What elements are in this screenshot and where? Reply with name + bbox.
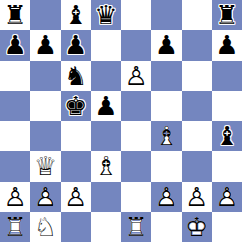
black-knight-icon[interactable]: ♞ [61,61,91,91]
square-g4[interactable] [182,121,212,151]
black-pawn-icon[interactable]: ♟ [212,30,242,60]
square-h8[interactable]: ♜ [212,0,242,30]
square-d8[interactable]: ♛ [91,0,121,30]
square-h3[interactable] [212,151,242,181]
piece-fill-layer: ♟ [30,30,60,60]
square-a8[interactable]: ♜ [0,0,30,30]
white-pawn-icon[interactable]: ♟♙ [212,182,242,212]
piece-fill-layer: ♚ [182,212,212,242]
piece-fill-layer: ♟ [91,91,121,121]
piece-fill-layer: ♞ [30,212,60,242]
piece-fill-layer: ♝ [212,121,242,151]
white-pawn-icon[interactable]: ♟♙ [182,182,212,212]
piece-fill-layer: ♟ [151,30,181,60]
piece-fill-layer: ♛ [91,0,121,30]
black-king-icon[interactable]: ♚ [61,91,91,121]
piece-fill-layer: ♚ [61,91,91,121]
square-h6[interactable] [212,61,242,91]
black-rook-icon[interactable]: ♜ [212,0,242,30]
square-e4[interactable] [121,121,151,151]
square-g8[interactable] [182,0,212,30]
piece-outline-layer: ♙ [0,182,30,212]
piece-fill-layer: ♜ [212,0,242,30]
piece-outline-layer: ♙ [121,61,151,91]
black-bishop-icon[interactable]: ♝ [61,0,91,30]
piece-fill-layer: ♟ [0,182,30,212]
square-d6[interactable] [91,61,121,91]
square-b5[interactable] [30,91,60,121]
square-c8[interactable]: ♝ [61,0,91,30]
white-pawn-icon[interactable]: ♟♙ [121,61,151,91]
square-c4[interactable] [61,121,91,151]
square-d5[interactable]: ♟ [91,91,121,121]
square-g7[interactable] [182,30,212,60]
square-a6[interactable] [0,61,30,91]
square-g5[interactable] [182,91,212,121]
piece-fill-layer: ♟ [151,182,181,212]
square-a1[interactable]: ♜♖ [0,212,30,242]
piece-fill-layer: ♟ [61,182,91,212]
piece-fill-layer: ♛ [30,151,60,181]
square-b6[interactable] [30,61,60,91]
piece-fill-layer: ♜ [0,0,30,30]
square-h7[interactable]: ♟ [212,30,242,60]
square-b1[interactable]: ♞♘ [30,212,60,242]
square-h5[interactable] [212,91,242,121]
square-c3[interactable] [61,151,91,181]
piece-fill-layer: ♝ [151,121,181,151]
square-c6[interactable]: ♞ [61,61,91,91]
square-d4[interactable] [91,121,121,151]
piece-outline-layer: ♖ [0,212,30,242]
piece-outline-layer: ♖ [121,212,151,242]
piece-fill-layer: ♟ [30,182,60,212]
square-f1[interactable] [151,212,181,242]
piece-fill-layer: ♟ [121,61,151,91]
white-pawn-icon[interactable]: ♟♙ [61,182,91,212]
piece-fill-layer: ♟ [212,182,242,212]
piece-fill-layer: ♟ [212,30,242,60]
chess-board: ♜♝♛♜♟♟♟♟♟♞♟♙♚♟♝♗♝♛♕♝♗♟♙♟♙♟♙♟♙♟♙♟♙♜♖♞♘♜♖♚… [0,0,242,242]
square-b3[interactable]: ♛♕ [30,151,60,181]
piece-fill-layer: ♝ [91,151,121,181]
piece-fill-layer: ♜ [121,212,151,242]
piece-fill-layer: ♟ [61,30,91,60]
square-f8[interactable] [151,0,181,30]
piece-fill-layer: ♟ [182,182,212,212]
piece-outline-layer: ♙ [182,182,212,212]
black-pawn-icon[interactable]: ♟ [0,30,30,60]
black-pawn-icon[interactable]: ♟ [91,91,121,121]
square-g6[interactable] [182,61,212,91]
white-knight-icon[interactable]: ♞♘ [30,212,60,242]
piece-outline-layer: ♔ [182,212,212,242]
black-bishop-icon[interactable]: ♝ [212,121,242,151]
square-h4[interactable]: ♝ [212,121,242,151]
piece-fill-layer: ♟ [0,30,30,60]
square-d7[interactable] [91,30,121,60]
white-rook-icon[interactable]: ♜♖ [121,212,151,242]
square-e6[interactable]: ♟♙ [121,61,151,91]
square-f3[interactable] [151,151,181,181]
square-f7[interactable]: ♟ [151,30,181,60]
square-e7[interactable] [121,30,151,60]
square-e2[interactable] [121,182,151,212]
square-f4[interactable]: ♝♗ [151,121,181,151]
white-bishop-icon[interactable]: ♝♗ [151,121,181,151]
square-c2[interactable]: ♟♙ [61,182,91,212]
square-d2[interactable] [91,182,121,212]
square-a2[interactable]: ♟♙ [0,182,30,212]
square-g1[interactable]: ♚♔ [182,212,212,242]
black-pawn-icon[interactable]: ♟ [30,30,60,60]
piece-outline-layer: ♙ [61,182,91,212]
piece-outline-layer: ♙ [212,182,242,212]
white-pawn-icon[interactable]: ♟♙ [151,182,181,212]
square-h1[interactable] [212,212,242,242]
square-b2[interactable]: ♟♙ [30,182,60,212]
piece-fill-layer: ♜ [0,212,30,242]
white-king-icon[interactable]: ♚♔ [182,212,212,242]
white-rook-icon[interactable]: ♜♖ [0,212,30,242]
piece-fill-layer: ♞ [61,61,91,91]
square-f2[interactable]: ♟♙ [151,182,181,212]
black-pawn-icon[interactable]: ♟ [151,30,181,60]
square-f6[interactable] [151,61,181,91]
square-c1[interactable] [61,212,91,242]
square-d3[interactable]: ♝♗ [91,151,121,181]
piece-outline-layer: ♘ [30,212,60,242]
square-a7[interactable]: ♟ [0,30,30,60]
square-a3[interactable] [0,151,30,181]
square-b4[interactable] [30,121,60,151]
square-b7[interactable]: ♟ [30,30,60,60]
square-e3[interactable] [121,151,151,181]
piece-outline-layer: ♗ [151,121,181,151]
square-d1[interactable] [91,212,121,242]
white-bishop-icon[interactable]: ♝♗ [91,151,121,181]
piece-outline-layer: ♙ [151,182,181,212]
piece-outline-layer: ♙ [30,182,60,212]
square-g2[interactable]: ♟♙ [182,182,212,212]
white-queen-icon[interactable]: ♛♕ [30,151,60,181]
square-a4[interactable] [0,121,30,151]
square-c7[interactable]: ♟ [61,30,91,60]
square-a5[interactable] [0,91,30,121]
square-e8[interactable] [121,0,151,30]
square-b8[interactable] [30,0,60,30]
square-f5[interactable] [151,91,181,121]
piece-outline-layer: ♗ [91,151,121,181]
piece-fill-layer: ♝ [61,0,91,30]
white-pawn-icon[interactable]: ♟♙ [30,182,60,212]
square-e5[interactable] [121,91,151,121]
black-rook-icon[interactable]: ♜ [0,0,30,30]
square-e1[interactable]: ♜♖ [121,212,151,242]
white-pawn-icon[interactable]: ♟♙ [0,182,30,212]
square-h2[interactable]: ♟♙ [212,182,242,212]
piece-outline-layer: ♕ [30,151,60,181]
black-queen-icon[interactable]: ♛ [91,0,121,30]
square-g3[interactable] [182,151,212,181]
square-c5[interactable]: ♚ [61,91,91,121]
black-pawn-icon[interactable]: ♟ [61,30,91,60]
